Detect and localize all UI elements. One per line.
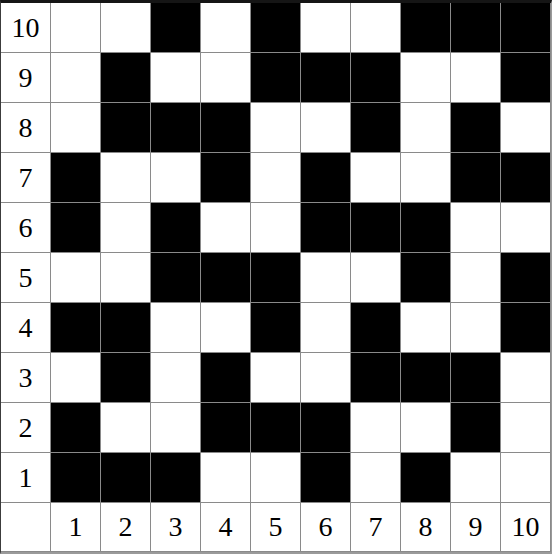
cell-c10-r3[interactable]: [501, 353, 551, 403]
cell-c10-r5[interactable]: [501, 253, 551, 303]
col-label-2: 2: [101, 503, 151, 552]
cell-c9-r5[interactable]: [451, 253, 501, 303]
cell-c4-r5[interactable]: [201, 253, 251, 303]
cell-c7-r10[interactable]: [351, 3, 401, 53]
cell-c3-r8[interactable]: [151, 103, 201, 153]
cell-c8-r7[interactable]: [401, 153, 451, 203]
col-label-4: 4: [201, 503, 251, 552]
cell-c10-r6[interactable]: [501, 203, 551, 253]
cell-c8-r6[interactable]: [401, 203, 451, 253]
cell-c10-r10[interactable]: [501, 3, 551, 53]
cell-c9-r4[interactable]: [451, 303, 501, 353]
cell-c5-r9[interactable]: [251, 53, 301, 103]
cell-c6-r6[interactable]: [301, 203, 351, 253]
row-label-3: 3: [1, 353, 51, 403]
cell-c7-r9[interactable]: [351, 53, 401, 103]
cell-c10-r2[interactable]: [501, 403, 551, 453]
cell-c5-r10[interactable]: [251, 3, 301, 53]
col-label-9: 9: [451, 503, 501, 552]
cell-c5-r5[interactable]: [251, 253, 301, 303]
cell-c8-r3[interactable]: [401, 353, 451, 403]
cell-c3-r2[interactable]: [151, 403, 201, 453]
cell-c6-r8[interactable]: [301, 103, 351, 153]
cell-c1-r1[interactable]: [51, 453, 101, 503]
cell-c1-r4[interactable]: [51, 303, 101, 353]
cell-c1-r10[interactable]: [51, 3, 101, 53]
cell-c6-r4[interactable]: [301, 303, 351, 353]
puzzle-board: 1098765432112345678910: [1, 3, 551, 552]
row-label-5: 5: [1, 253, 51, 303]
cell-c3-r3[interactable]: [151, 353, 201, 403]
cell-c3-r7[interactable]: [151, 153, 201, 203]
cell-c4-r1[interactable]: [201, 453, 251, 503]
cell-c1-r9[interactable]: [51, 53, 101, 103]
cell-c9-r6[interactable]: [451, 203, 501, 253]
cell-c1-r8[interactable]: [51, 103, 101, 153]
cell-c5-r1[interactable]: [251, 453, 301, 503]
cell-c10-r9[interactable]: [501, 53, 551, 103]
cell-c6-r9[interactable]: [301, 53, 351, 103]
cell-c9-r2[interactable]: [451, 403, 501, 453]
col-label-1: 1: [51, 503, 101, 552]
cell-c3-r10[interactable]: [151, 3, 201, 53]
cell-c4-r6[interactable]: [201, 203, 251, 253]
row-label-6: 6: [1, 203, 51, 253]
cell-c3-r9[interactable]: [151, 53, 201, 103]
cell-c3-r4[interactable]: [151, 303, 201, 353]
cell-c8-r2[interactable]: [401, 403, 451, 453]
cell-c2-r2[interactable]: [101, 403, 151, 453]
cell-c8-r4[interactable]: [401, 303, 451, 353]
col-label-3: 3: [151, 503, 201, 552]
cell-c2-r10[interactable]: [101, 3, 151, 53]
row-label-9: 9: [1, 53, 51, 103]
cell-c9-r7[interactable]: [451, 153, 501, 203]
cell-c2-r6[interactable]: [101, 203, 151, 253]
cell-c6-r1[interactable]: [301, 453, 351, 503]
cell-c5-r4[interactable]: [251, 303, 301, 353]
cell-c9-r1[interactable]: [451, 453, 501, 503]
cell-c7-r8[interactable]: [351, 103, 401, 153]
cell-c8-r10[interactable]: [401, 3, 451, 53]
cell-c3-r6[interactable]: [151, 203, 201, 253]
cell-c4-r9[interactable]: [201, 53, 251, 103]
col-label-8: 8: [401, 503, 451, 552]
cell-c8-r8[interactable]: [401, 103, 451, 153]
row-label-4: 4: [1, 303, 51, 353]
cell-c2-r3[interactable]: [101, 353, 151, 403]
cell-c1-r2[interactable]: [51, 403, 101, 453]
cell-c1-r3[interactable]: [51, 353, 101, 403]
cell-c5-r7[interactable]: [251, 153, 301, 203]
cell-c1-r7[interactable]: [51, 153, 101, 203]
cell-c8-r1[interactable]: [401, 453, 451, 503]
cell-c4-r2[interactable]: [201, 403, 251, 453]
cell-c10-r4[interactable]: [501, 303, 551, 353]
cell-c10-r7[interactable]: [501, 153, 551, 203]
cell-c3-r5[interactable]: [151, 253, 201, 303]
row-label-10: 10: [1, 3, 51, 53]
col-label-6: 6: [301, 503, 351, 552]
cell-c7-r4[interactable]: [351, 303, 401, 353]
row-label-7: 7: [1, 153, 51, 203]
cell-c4-r3[interactable]: [201, 353, 251, 403]
cell-c6-r3[interactable]: [301, 353, 351, 403]
cell-c2-r8[interactable]: [101, 103, 151, 153]
cell-c5-r8[interactable]: [251, 103, 301, 153]
cell-c7-r1[interactable]: [351, 453, 401, 503]
cell-c6-r10[interactable]: [301, 3, 351, 53]
cell-c4-r7[interactable]: [201, 153, 251, 203]
cell-c4-r10[interactable]: [201, 3, 251, 53]
cell-c6-r7[interactable]: [301, 153, 351, 203]
cell-c8-r5[interactable]: [401, 253, 451, 303]
cell-c7-r6[interactable]: [351, 203, 401, 253]
col-label-10: 10: [501, 503, 551, 552]
row-label-1: 1: [1, 453, 51, 503]
row-label-2: 2: [1, 403, 51, 453]
col-label-5: 5: [251, 503, 301, 552]
puzzle-board-frame: 1098765432112345678910: [0, 0, 552, 554]
cell-c6-r5[interactable]: [301, 253, 351, 303]
cell-c1-r5[interactable]: [51, 253, 101, 303]
cell-c4-r8[interactable]: [201, 103, 251, 153]
cell-c1-r6[interactable]: [51, 203, 101, 253]
cell-c3-r1[interactable]: [151, 453, 201, 503]
cell-c9-r8[interactable]: [451, 103, 501, 153]
cell-c7-r3[interactable]: [351, 353, 401, 403]
cell-c2-r4[interactable]: [101, 303, 151, 353]
cell-c9-r9[interactable]: [451, 53, 501, 103]
cell-c10-r8[interactable]: [501, 103, 551, 153]
cell-c2-r7[interactable]: [101, 153, 151, 203]
cell-c5-r6[interactable]: [251, 203, 301, 253]
cell-c7-r2[interactable]: [351, 403, 401, 453]
cell-c9-r10[interactable]: [451, 3, 501, 53]
cell-c4-r4[interactable]: [201, 303, 251, 353]
cell-c7-r7[interactable]: [351, 153, 401, 203]
cell-c10-r1[interactable]: [501, 453, 551, 503]
cell-c5-r3[interactable]: [251, 353, 301, 403]
cell-c2-r5[interactable]: [101, 253, 151, 303]
cell-c2-r1[interactable]: [101, 453, 151, 503]
corner-cell: [1, 503, 51, 552]
cell-c5-r2[interactable]: [251, 403, 301, 453]
row-label-8: 8: [1, 103, 51, 153]
cell-c6-r2[interactable]: [301, 403, 351, 453]
cell-c9-r3[interactable]: [451, 353, 501, 403]
cell-c7-r5[interactable]: [351, 253, 401, 303]
cell-c8-r9[interactable]: [401, 53, 451, 103]
cell-c2-r9[interactable]: [101, 53, 151, 103]
col-label-7: 7: [351, 503, 401, 552]
